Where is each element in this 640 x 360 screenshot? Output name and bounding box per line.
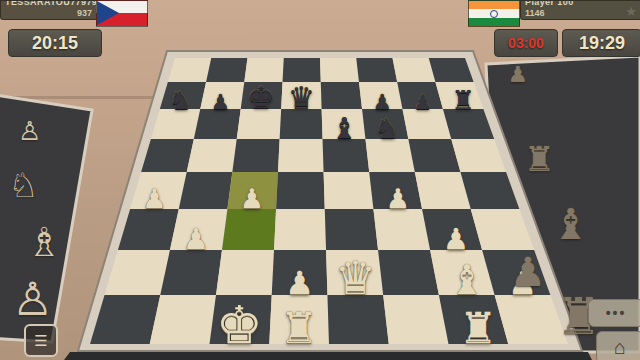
- square-b7: [200, 82, 244, 109]
- move-clock-right: 03:00: [494, 29, 558, 57]
- more-options-button[interactable]: •••: [588, 299, 640, 327]
- square-c4: [227, 172, 278, 209]
- square-d5: [278, 139, 324, 172]
- square-g7: [397, 82, 443, 109]
- square-d8: [283, 58, 321, 82]
- square-c6: [237, 109, 281, 139]
- square-f1: [383, 295, 448, 344]
- square-b5: [187, 139, 237, 172]
- square-f2: [378, 250, 439, 295]
- square-c2: [216, 250, 274, 295]
- player-rating-left: 937: [77, 8, 92, 18]
- star-icon: ★: [625, 4, 637, 19]
- square-e8: [320, 58, 359, 82]
- square-c8: [244, 58, 283, 82]
- player-name-right: Player 100: [525, 0, 574, 7]
- square-e6: [322, 109, 366, 139]
- square-f4: [369, 172, 422, 209]
- player-rating-right: 1146: [525, 8, 545, 18]
- square-e4: [324, 172, 374, 209]
- square-f7: [359, 82, 403, 109]
- square-d7: [281, 82, 321, 109]
- square-e5: [323, 139, 370, 172]
- czech-flag-icon: [96, 0, 148, 27]
- square-b2: [160, 250, 222, 295]
- square-g6: [402, 109, 451, 139]
- square-b1: [150, 295, 216, 344]
- square-d4: [276, 172, 325, 209]
- square-c1: [210, 295, 272, 344]
- square-c7: [241, 82, 283, 109]
- square-f3: [373, 209, 430, 250]
- chat-button[interactable]: ☰: [24, 324, 58, 357]
- left-capture-tray: [0, 94, 92, 342]
- clock-right: 19:29: [562, 29, 640, 57]
- square-b3: [170, 209, 227, 250]
- player-banner-right: Player 100 1146 ★: [520, 0, 640, 20]
- player-name-left: TESSARATOU77979: [5, 0, 97, 7]
- square-c5: [232, 139, 279, 172]
- game-screen: ♞♟♚♛♟♟♜♝♞♟♟♟♟♟♟♛♝♟♚♜♜♙♘♗♙♟♜♝♟♜ TESSARATO…: [0, 0, 640, 360]
- chat-lines-icon: ☰: [34, 332, 47, 350]
- home-icon: ⌂: [614, 336, 626, 359]
- square-d3: [274, 209, 326, 250]
- square-a7: [160, 82, 206, 109]
- square-e1: [327, 295, 388, 344]
- square-e7: [321, 82, 362, 109]
- clock-left: 20:15: [8, 29, 102, 57]
- square-f5: [365, 139, 414, 172]
- square-e2: [326, 250, 383, 295]
- india-flag-icon: [468, 0, 520, 27]
- square-e3: [325, 209, 378, 250]
- square-f8: [356, 58, 397, 82]
- home-button[interactable]: ⌂: [596, 331, 640, 360]
- square-g8: [393, 58, 436, 82]
- square-g5: [408, 139, 460, 172]
- square-a8: [168, 58, 211, 82]
- square-d6: [280, 109, 323, 139]
- square-f6: [362, 109, 408, 139]
- square-d1: [269, 295, 329, 344]
- square-b6: [194, 109, 241, 139]
- more-dots-icon: •••: [606, 305, 627, 321]
- player-banner-left: TESSARATOU77979 937: [0, 0, 98, 20]
- square-c3: [222, 209, 276, 250]
- square-d2: [272, 250, 328, 295]
- square-b4: [179, 172, 233, 209]
- square-b8: [206, 58, 247, 82]
